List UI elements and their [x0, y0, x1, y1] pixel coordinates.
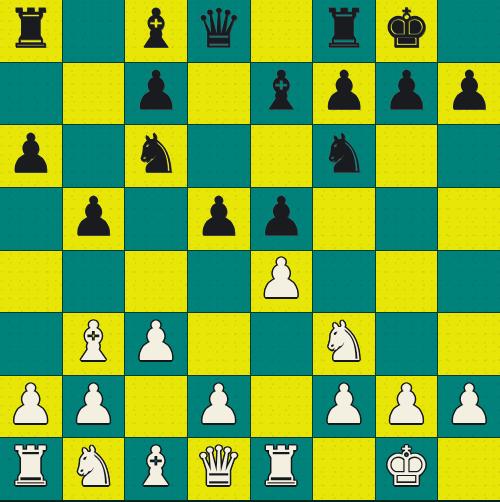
square-h7[interactable]: ♟: [438, 63, 500, 125]
square-g4[interactable]: [376, 251, 438, 313]
black-knight-piece: ♞: [320, 127, 368, 181]
square-d1[interactable]: ♛: [188, 438, 250, 500]
square-h1[interactable]: [438, 438, 500, 500]
white-pawn-piece: ♟: [7, 378, 55, 432]
black-pawn-piece: ♟: [445, 64, 493, 118]
square-b5[interactable]: ♟: [63, 188, 125, 250]
square-c6[interactable]: ♞: [125, 125, 187, 187]
square-d8[interactable]: ♛: [188, 0, 250, 62]
square-f5[interactable]: [313, 188, 375, 250]
square-h4[interactable]: [438, 251, 500, 313]
square-a4[interactable]: [0, 251, 62, 313]
square-h2[interactable]: ♟: [438, 376, 500, 438]
square-g1[interactable]: ♚: [376, 438, 438, 500]
square-a6[interactable]: ♟: [0, 125, 62, 187]
square-a7[interactable]: [0, 63, 62, 125]
square-a2[interactable]: ♟: [0, 376, 62, 438]
square-b3[interactable]: ♝: [63, 313, 125, 375]
square-g7[interactable]: ♟: [376, 63, 438, 125]
square-e1[interactable]: ♜: [251, 438, 313, 500]
square-a8[interactable]: ♜: [0, 0, 62, 62]
square-e3[interactable]: [251, 313, 313, 375]
white-rook-piece: ♜: [257, 440, 305, 494]
black-pawn-piece: ♟: [320, 64, 368, 118]
square-e7[interactable]: ♝: [251, 63, 313, 125]
black-king-piece: ♚: [382, 2, 430, 56]
white-rook-piece: ♜: [7, 440, 55, 494]
square-f4[interactable]: [313, 251, 375, 313]
square-b7[interactable]: [63, 63, 125, 125]
square-b4[interactable]: [63, 251, 125, 313]
black-pawn-piece: ♟: [382, 64, 430, 118]
square-a1[interactable]: ♜: [0, 438, 62, 500]
square-g5[interactable]: [376, 188, 438, 250]
white-pawn-piece: ♟: [194, 378, 242, 432]
square-e2[interactable]: [251, 376, 313, 438]
square-b2[interactable]: ♟: [63, 376, 125, 438]
white-queen-piece: ♛: [194, 440, 242, 494]
white-knight-piece: ♞: [320, 315, 368, 369]
square-c2[interactable]: [125, 376, 187, 438]
square-b6[interactable]: [63, 125, 125, 187]
white-knight-piece: ♞: [69, 440, 117, 494]
black-pawn-piece: ♟: [7, 127, 55, 181]
black-pawn-piece: ♟: [257, 190, 305, 244]
square-d5[interactable]: ♟: [188, 188, 250, 250]
square-d7[interactable]: [188, 63, 250, 125]
square-g3[interactable]: [376, 313, 438, 375]
square-c3[interactable]: ♟: [125, 313, 187, 375]
square-e6[interactable]: [251, 125, 313, 187]
square-e4[interactable]: ♟: [251, 251, 313, 313]
white-bishop-piece: ♝: [69, 315, 117, 369]
black-pawn-piece: ♟: [132, 64, 180, 118]
black-bishop-piece: ♝: [132, 2, 180, 56]
white-pawn-piece: ♟: [445, 378, 493, 432]
square-f2[interactable]: ♟: [313, 376, 375, 438]
square-f8[interactable]: ♜: [313, 0, 375, 62]
black-queen-piece: ♛: [194, 2, 242, 56]
square-g6[interactable]: [376, 125, 438, 187]
square-h6[interactable]: [438, 125, 500, 187]
square-d2[interactable]: ♟: [188, 376, 250, 438]
square-h3[interactable]: [438, 313, 500, 375]
black-rook-piece: ♜: [320, 2, 368, 56]
square-e8[interactable]: [251, 0, 313, 62]
white-pawn-piece: ♟: [132, 315, 180, 369]
square-c4[interactable]: [125, 251, 187, 313]
square-d6[interactable]: [188, 125, 250, 187]
square-b1[interactable]: ♞: [63, 438, 125, 500]
square-f7[interactable]: ♟: [313, 63, 375, 125]
square-d3[interactable]: [188, 313, 250, 375]
square-c8[interactable]: ♝: [125, 0, 187, 62]
white-pawn-piece: ♟: [257, 252, 305, 306]
square-h5[interactable]: [438, 188, 500, 250]
chess-board: ♜♝♛♜♚♟♝♟♟♟♟♞♞♟♟♟♟♝♟♞♟♟♟♟♟♟♜♞♝♛♜♚: [0, 0, 500, 502]
square-g2[interactable]: ♟: [376, 376, 438, 438]
square-a5[interactable]: [0, 188, 62, 250]
square-a3[interactable]: [0, 313, 62, 375]
square-f6[interactable]: ♞: [313, 125, 375, 187]
square-c1[interactable]: ♝: [125, 438, 187, 500]
square-f1[interactable]: [313, 438, 375, 500]
square-c5[interactable]: [125, 188, 187, 250]
black-rook-piece: ♜: [7, 2, 55, 56]
square-d4[interactable]: [188, 251, 250, 313]
white-bishop-piece: ♝: [132, 440, 180, 494]
square-c7[interactable]: ♟: [125, 63, 187, 125]
white-pawn-piece: ♟: [320, 378, 368, 432]
black-bishop-piece: ♝: [257, 64, 305, 118]
square-h8[interactable]: [438, 0, 500, 62]
black-pawn-piece: ♟: [69, 190, 117, 244]
square-g8[interactable]: ♚: [376, 0, 438, 62]
square-f3[interactable]: ♞: [313, 313, 375, 375]
white-king-piece: ♚: [382, 440, 430, 494]
black-pawn-piece: ♟: [194, 190, 242, 244]
white-pawn-piece: ♟: [382, 378, 430, 432]
black-knight-piece: ♞: [132, 127, 180, 181]
square-e5[interactable]: ♟: [251, 188, 313, 250]
square-b8[interactable]: [63, 0, 125, 62]
white-pawn-piece: ♟: [69, 378, 117, 432]
